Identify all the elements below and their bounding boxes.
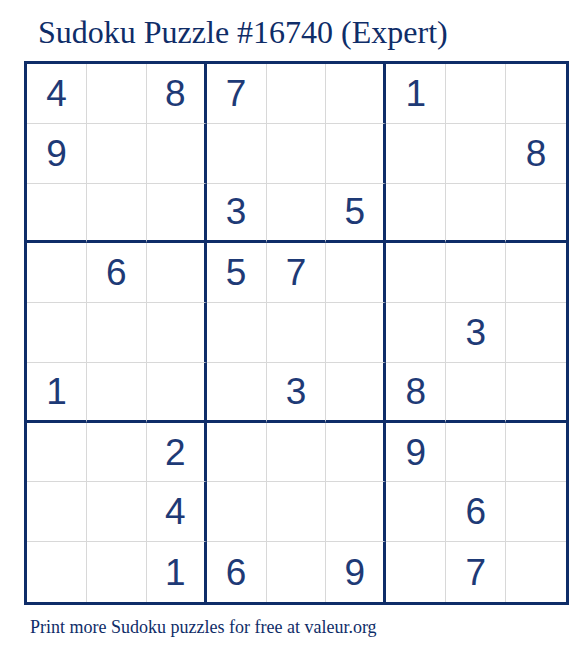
sudoku-cell-r1c3[interactable]: 8: [147, 64, 207, 124]
sudoku-cell-r5c4[interactable]: [207, 303, 267, 363]
sudoku-cell-r6c5[interactable]: 3: [267, 363, 327, 423]
sudoku-cell-r4c1[interactable]: [27, 243, 87, 303]
sudoku-cell-r9c8[interactable]: 7: [446, 542, 506, 602]
sudoku-cell-r6c8[interactable]: [446, 363, 506, 423]
sudoku-cell-r1c9[interactable]: [506, 64, 566, 124]
sudoku-cell-r8c6[interactable]: [326, 482, 386, 542]
sudoku-cell-r9c7[interactable]: [386, 542, 446, 602]
sudoku-cell-r3c2[interactable]: [87, 184, 147, 244]
sudoku-cell-r6c1[interactable]: 1: [27, 363, 87, 423]
sudoku-cell-r1c7[interactable]: 1: [386, 64, 446, 124]
sudoku-cell-r1c8[interactable]: [446, 64, 506, 124]
sudoku-cell-r6c3[interactable]: [147, 363, 207, 423]
footer-text: Print more Sudoku puzzles for free at va…: [30, 617, 377, 638]
sudoku-cell-r9c1[interactable]: [27, 542, 87, 602]
sudoku-cell-r7c9[interactable]: [506, 423, 566, 483]
sudoku-cell-r2c5[interactable]: [267, 124, 327, 184]
sudoku-cell-r1c4[interactable]: 7: [207, 64, 267, 124]
sudoku-cell-r2c4[interactable]: [207, 124, 267, 184]
sudoku-cell-r1c2[interactable]: [87, 64, 147, 124]
sudoku-cell-r3c7[interactable]: [386, 184, 446, 244]
sudoku-cell-r9c3[interactable]: 1: [147, 542, 207, 602]
sudoku-cell-r2c3[interactable]: [147, 124, 207, 184]
sudoku-cell-r4c5[interactable]: 7: [267, 243, 327, 303]
sudoku-cell-r8c3[interactable]: 4: [147, 482, 207, 542]
sudoku-cell-r8c5[interactable]: [267, 482, 327, 542]
sudoku-cell-r3c9[interactable]: [506, 184, 566, 244]
sudoku-cell-r7c3[interactable]: 2: [147, 423, 207, 483]
sudoku-cell-r5c3[interactable]: [147, 303, 207, 363]
sudoku-cell-r2c2[interactable]: [87, 124, 147, 184]
sudoku-cell-r3c3[interactable]: [147, 184, 207, 244]
sudoku-cell-r5c1[interactable]: [27, 303, 87, 363]
sudoku-cell-r5c7[interactable]: [386, 303, 446, 363]
sudoku-cell-r8c8[interactable]: 6: [446, 482, 506, 542]
sudoku-cell-r4c8[interactable]: [446, 243, 506, 303]
sudoku-board: 48719835657313829461697: [24, 61, 569, 605]
sudoku-cell-r8c9[interactable]: [506, 482, 566, 542]
sudoku-cell-r4c9[interactable]: [506, 243, 566, 303]
sudoku-cell-r6c4[interactable]: [207, 363, 267, 423]
page-title: Sudoku Puzzle #16740 (Expert): [38, 14, 448, 51]
sudoku-cell-r4c6[interactable]: [326, 243, 386, 303]
sudoku-cell-r3c6[interactable]: 5: [326, 184, 386, 244]
sudoku-cell-r2c7[interactable]: [386, 124, 446, 184]
sudoku-cell-r7c2[interactable]: [87, 423, 147, 483]
sudoku-cell-r6c9[interactable]: [506, 363, 566, 423]
sudoku-cell-r7c4[interactable]: [207, 423, 267, 483]
sudoku-cell-r2c9[interactable]: 8: [506, 124, 566, 184]
sudoku-cell-r8c2[interactable]: [87, 482, 147, 542]
sudoku-cell-r4c4[interactable]: 5: [207, 243, 267, 303]
sudoku-cell-r6c2[interactable]: [87, 363, 147, 423]
sudoku-cell-r9c9[interactable]: [506, 542, 566, 602]
sudoku-cell-r1c1[interactable]: 4: [27, 64, 87, 124]
sudoku-cell-r4c3[interactable]: [147, 243, 207, 303]
sudoku-cell-r5c5[interactable]: [267, 303, 327, 363]
sudoku-cell-r5c9[interactable]: [506, 303, 566, 363]
sudoku-cell-r2c1[interactable]: 9: [27, 124, 87, 184]
sudoku-cell-r3c1[interactable]: [27, 184, 87, 244]
sudoku-cell-r8c1[interactable]: [27, 482, 87, 542]
sudoku-cell-r3c8[interactable]: [446, 184, 506, 244]
sudoku-cell-r4c2[interactable]: 6: [87, 243, 147, 303]
sudoku-cell-r7c7[interactable]: 9: [386, 423, 446, 483]
sudoku-cell-r4c7[interactable]: [386, 243, 446, 303]
sudoku-cell-r2c6[interactable]: [326, 124, 386, 184]
sudoku-cell-r6c7[interactable]: 8: [386, 363, 446, 423]
sudoku-cell-r9c2[interactable]: [87, 542, 147, 602]
sudoku-cell-r9c6[interactable]: 9: [326, 542, 386, 602]
sudoku-cell-r1c6[interactable]: [326, 64, 386, 124]
sudoku-cell-r3c4[interactable]: 3: [207, 184, 267, 244]
sudoku-cell-r9c5[interactable]: [267, 542, 327, 602]
sudoku-cell-r3c5[interactable]: [267, 184, 327, 244]
sudoku-cell-r5c6[interactable]: [326, 303, 386, 363]
sudoku-cell-r8c4[interactable]: [207, 482, 267, 542]
sudoku-cell-r6c6[interactable]: [326, 363, 386, 423]
sudoku-cell-r9c4[interactable]: 6: [207, 542, 267, 602]
sudoku-cell-r2c8[interactable]: [446, 124, 506, 184]
sudoku-cell-r7c6[interactable]: [326, 423, 386, 483]
sudoku-cell-r7c5[interactable]: [267, 423, 327, 483]
sudoku-cell-r5c2[interactable]: [87, 303, 147, 363]
sudoku-cell-r7c1[interactable]: [27, 423, 87, 483]
sudoku-cell-r8c7[interactable]: [386, 482, 446, 542]
sudoku-cell-r7c8[interactable]: [446, 423, 506, 483]
sudoku-cell-r1c5[interactable]: [267, 64, 327, 124]
sudoku-cell-r5c8[interactable]: 3: [446, 303, 506, 363]
